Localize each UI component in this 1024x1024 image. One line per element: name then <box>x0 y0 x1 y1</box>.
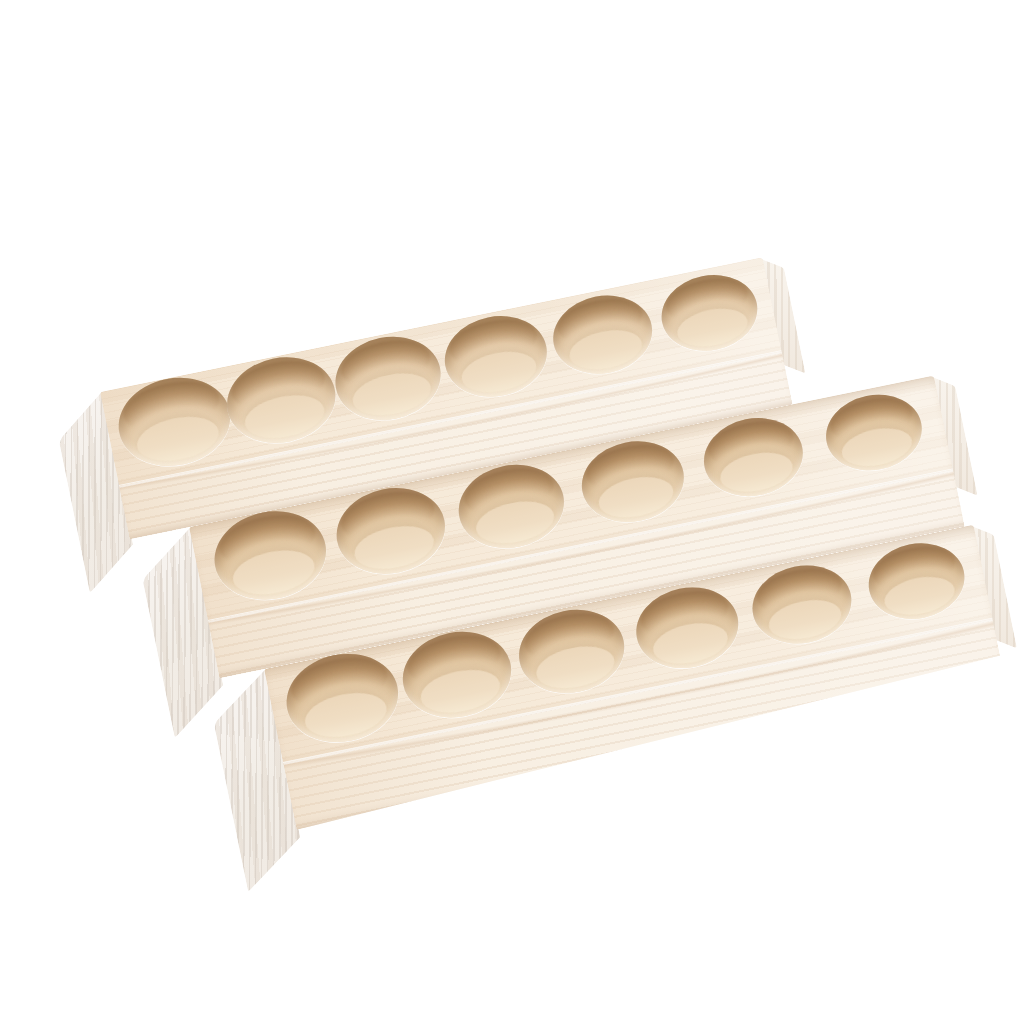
pit-r1c3 <box>328 327 448 428</box>
pit-r1c4 <box>437 307 554 405</box>
pit-r1c5 <box>546 287 659 382</box>
pit-r1c1 <box>110 368 237 476</box>
wooden-tiered-pit-board <box>0 0 1024 1024</box>
pit-r3c3 <box>512 601 632 702</box>
pit-r2c6 <box>820 386 929 478</box>
pit-r2c4 <box>574 432 691 530</box>
pit-r2c3 <box>452 456 572 557</box>
pit-r3c6 <box>862 535 971 627</box>
pit-r1c2 <box>219 348 343 453</box>
pit-r3c5 <box>745 557 858 652</box>
pit-r2c5 <box>697 409 810 504</box>
pit-r1c6 <box>655 267 764 359</box>
product-photo-stage <box>0 0 1024 1024</box>
pit-r3c4 <box>629 579 746 677</box>
